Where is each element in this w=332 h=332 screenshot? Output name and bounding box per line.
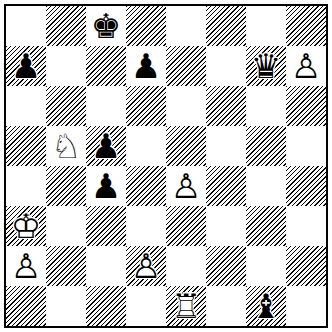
square-f4[interactable] [206,166,246,206]
square-e4[interactable]: ♟♙ [166,166,206,206]
square-h4[interactable] [286,166,326,206]
square-h6[interactable] [286,86,326,126]
square-b2[interactable] [46,246,86,286]
square-g2[interactable] [246,246,286,286]
square-c1[interactable] [86,286,126,326]
square-c6[interactable] [86,86,126,126]
piece-black-pawn: ♟♟ [126,46,166,86]
piece-glyph: ♙ [166,166,206,206]
square-e1[interactable]: ♜♖ [166,286,206,326]
square-d8[interactable] [126,6,166,46]
piece-glyph: ♝ [246,286,286,326]
square-c8[interactable]: ♚♚ [86,6,126,46]
piece-glyph: ♟ [86,126,126,166]
square-a6[interactable] [6,86,46,126]
piece-glyph: ♟ [86,166,126,206]
piece-glyph: ♙ [286,46,326,86]
square-g7[interactable]: ♛♛ [246,46,286,86]
square-c2[interactable] [86,246,126,286]
square-b3[interactable] [46,206,86,246]
square-b7[interactable] [46,46,86,86]
square-b8[interactable] [46,6,86,46]
square-c3[interactable] [86,206,126,246]
piece-glyph: ♛ [246,46,286,86]
square-h5[interactable] [286,126,326,166]
piece-white-king: ♚♔ [6,206,46,246]
square-c5[interactable]: ♟♟ [86,126,126,166]
square-e7[interactable] [166,46,206,86]
square-h2[interactable] [286,246,326,286]
square-h8[interactable] [286,6,326,46]
square-d6[interactable] [126,86,166,126]
piece-glyph: ♖ [166,286,206,326]
piece-glyph: ♙ [6,246,46,286]
square-e3[interactable] [166,206,206,246]
square-a8[interactable] [6,6,46,46]
square-g6[interactable] [246,86,286,126]
square-d3[interactable] [126,206,166,246]
piece-black-queen: ♛♛ [246,46,286,86]
piece-black-pawn: ♟♟ [6,46,46,86]
piece-white-pawn: ♟♙ [286,46,326,86]
square-d7[interactable]: ♟♟ [126,46,166,86]
piece-glyph: ♘ [46,126,86,166]
square-b1[interactable] [46,286,86,326]
square-f5[interactable] [206,126,246,166]
square-h7[interactable]: ♟♙ [286,46,326,86]
piece-glyph: ♔ [6,206,46,246]
square-g4[interactable] [246,166,286,206]
piece-glyph: ♙ [126,246,166,286]
square-c7[interactable] [86,46,126,86]
square-d4[interactable] [126,166,166,206]
piece-white-pawn: ♟♙ [6,246,46,286]
square-d1[interactable] [126,286,166,326]
square-g3[interactable] [246,206,286,246]
piece-glyph: ♟ [6,46,46,86]
piece-glyph: ♚ [86,6,126,46]
square-b6[interactable] [46,86,86,126]
piece-glyph: ♟ [126,46,166,86]
square-e5[interactable] [166,126,206,166]
chess-diagram: ♚♚♟♟♟♟♛♛♟♙♞♘♟♟♟♟♟♙♚♔♟♙♟♙♜♖♝♝ [0,0,332,332]
piece-white-pawn: ♟♙ [166,166,206,206]
square-f1[interactable] [206,286,246,326]
square-d2[interactable]: ♟♙ [126,246,166,286]
square-e6[interactable] [166,86,206,126]
square-d5[interactable] [126,126,166,166]
square-b4[interactable] [46,166,86,206]
square-f2[interactable] [206,246,246,286]
square-f8[interactable] [206,6,246,46]
square-a7[interactable]: ♟♟ [6,46,46,86]
square-a2[interactable]: ♟♙ [6,246,46,286]
piece-black-pawn: ♟♟ [86,166,126,206]
square-b5[interactable]: ♞♘ [46,126,86,166]
square-a3[interactable]: ♚♔ [6,206,46,246]
piece-white-rook: ♜♖ [166,286,206,326]
piece-black-king: ♚♚ [86,6,126,46]
piece-black-bishop: ♝♝ [246,286,286,326]
square-f7[interactable] [206,46,246,86]
chess-board: ♚♚♟♟♟♟♛♛♟♙♞♘♟♟♟♟♟♙♚♔♟♙♟♙♜♖♝♝ [6,6,326,326]
square-g1[interactable]: ♝♝ [246,286,286,326]
square-a5[interactable] [6,126,46,166]
board-frame: ♚♚♟♟♟♟♛♛♟♙♞♘♟♟♟♟♟♙♚♔♟♙♟♙♜♖♝♝ [4,4,328,328]
piece-white-pawn: ♟♙ [126,246,166,286]
square-h1[interactable] [286,286,326,326]
piece-white-knight: ♞♘ [46,126,86,166]
square-e2[interactable] [166,246,206,286]
square-e8[interactable] [166,6,206,46]
piece-black-pawn: ♟♟ [86,126,126,166]
square-g5[interactable] [246,126,286,166]
square-a4[interactable] [6,166,46,206]
square-f3[interactable] [206,206,246,246]
square-h3[interactable] [286,206,326,246]
square-g8[interactable] [246,6,286,46]
square-c4[interactable]: ♟♟ [86,166,126,206]
square-f6[interactable] [206,86,246,126]
square-a1[interactable] [6,286,46,326]
